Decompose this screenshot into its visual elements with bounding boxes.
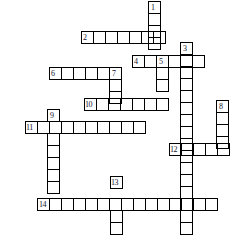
cell-word-6-2[interactable] <box>61 68 73 79</box>
cell-word-12-2[interactable] <box>181 144 193 155</box>
cell-word-3-15[interactable] <box>181 210 192 222</box>
word-13-down-strip <box>110 176 123 189</box>
cell-word-3-5[interactable] <box>181 90 192 102</box>
cell-word-6-3[interactable] <box>73 68 85 79</box>
cell-word-6-4[interactable] <box>85 68 97 79</box>
cell-word-14-4[interactable] <box>73 199 85 210</box>
cell-word-14-10[interactable] <box>145 199 157 210</box>
cell-word-13-1[interactable] <box>111 211 122 222</box>
cell-word-11-1[interactable] <box>26 122 37 133</box>
cell-word-9-4[interactable] <box>48 169 59 181</box>
cell-word-10-6[interactable] <box>144 99 156 110</box>
cell-word-10-7[interactable] <box>156 99 168 110</box>
cell-word-11-9[interactable] <box>121 122 133 133</box>
cell-word-3-1[interactable] <box>181 43 192 54</box>
crossword-board: 1234567891011121314 <box>0 0 246 243</box>
cell-word-5-2[interactable] <box>157 79 168 91</box>
cell-word-11-4[interactable] <box>61 122 73 133</box>
cell-word-3-8[interactable] <box>181 126 192 138</box>
word-14-across-strip <box>37 198 218 211</box>
cell-word-7-1[interactable] <box>110 80 121 91</box>
word-9-down-strip <box>47 133 60 194</box>
cell-word-9-1[interactable] <box>48 134 59 145</box>
cell-word-2-6[interactable] <box>141 32 153 43</box>
cell-word-1-1[interactable] <box>149 2 160 13</box>
cell-word-14-6[interactable] <box>97 199 109 210</box>
cell-word-13-2[interactable] <box>111 222 122 234</box>
cell-word-14-13[interactable] <box>181 199 193 210</box>
cell-word-6-5[interactable] <box>97 68 109 79</box>
cell-word-2-4[interactable] <box>117 32 129 43</box>
cell-word-14-14[interactable] <box>193 199 205 210</box>
cell-word-2-5[interactable] <box>129 32 141 43</box>
cell-word-14-8[interactable] <box>121 199 133 210</box>
word-11-across-strip <box>25 121 146 134</box>
cell-word-2-7[interactable] <box>153 32 165 43</box>
cell-word-12-4[interactable] <box>205 144 217 155</box>
cell-word-11-8[interactable] <box>109 122 121 133</box>
cell-word-11-2[interactable] <box>37 122 49 133</box>
cell-word-2-3[interactable] <box>105 32 117 43</box>
cell-word-3-6[interactable] <box>181 102 192 114</box>
word-12-across-strip <box>169 143 230 156</box>
cell-word-6-6[interactable] <box>109 68 121 79</box>
word-5-down-strip <box>156 67 169 92</box>
cell-word-14-15[interactable] <box>205 199 217 210</box>
cell-word-2-1[interactable] <box>82 32 93 43</box>
cell-word-12-3[interactable] <box>193 144 205 155</box>
cell-word-4-4[interactable] <box>168 56 180 67</box>
cell-word-11-10[interactable] <box>133 122 145 133</box>
cell-word-13-1[interactable] <box>111 177 122 188</box>
cell-word-8-3[interactable] <box>217 124 228 136</box>
cell-word-14-1[interactable] <box>38 199 49 210</box>
cell-word-9-3[interactable] <box>48 157 59 169</box>
cell-word-10-2[interactable] <box>96 99 108 110</box>
cell-word-11-3[interactable] <box>49 122 61 133</box>
cell-word-11-6[interactable] <box>85 122 97 133</box>
cell-word-4-6[interactable] <box>192 56 204 67</box>
cell-word-12-5[interactable] <box>217 144 229 155</box>
cell-word-10-4[interactable] <box>120 99 132 110</box>
cell-word-14-12[interactable] <box>169 199 181 210</box>
cell-word-8-2[interactable] <box>217 112 228 124</box>
cell-word-14-9[interactable] <box>133 199 145 210</box>
cell-word-3-13[interactable] <box>181 186 192 198</box>
cell-word-3-11[interactable] <box>181 162 192 174</box>
cell-word-14-11[interactable] <box>157 199 169 210</box>
word-8-down-strip <box>216 100 229 149</box>
cell-word-2-2[interactable] <box>93 32 105 43</box>
cell-word-3-7[interactable] <box>181 114 192 126</box>
cell-word-11-7[interactable] <box>97 122 109 133</box>
cell-word-10-5[interactable] <box>132 99 144 110</box>
cell-word-3-12[interactable] <box>181 174 192 186</box>
cell-word-9-5[interactable] <box>48 181 59 193</box>
cell-word-9-2[interactable] <box>48 145 59 157</box>
cell-word-4-3[interactable] <box>156 56 168 67</box>
cell-word-14-2[interactable] <box>49 199 61 210</box>
cell-word-8-1[interactable] <box>217 101 228 112</box>
word-10-across-strip <box>84 98 169 111</box>
word-13-down-strip <box>110 210 123 235</box>
word-2-across-strip <box>81 31 166 44</box>
cell-word-1-2[interactable] <box>149 13 160 25</box>
cell-word-12-1[interactable] <box>170 144 181 155</box>
cell-word-3-16[interactable] <box>181 222 192 234</box>
cell-word-14-3[interactable] <box>61 199 73 210</box>
cell-word-5-1[interactable] <box>157 68 168 79</box>
cell-word-3-4[interactable] <box>181 78 192 90</box>
cell-word-4-5[interactable] <box>180 56 192 67</box>
cell-word-10-1[interactable] <box>85 99 96 110</box>
cell-word-6-1[interactable] <box>50 68 61 79</box>
cell-word-14-5[interactable] <box>85 199 97 210</box>
cell-word-9-1[interactable] <box>48 110 59 121</box>
cell-word-10-3[interactable] <box>108 99 120 110</box>
cell-word-11-5[interactable] <box>73 122 85 133</box>
cell-word-4-1[interactable] <box>133 56 144 67</box>
cell-word-14-7[interactable] <box>109 199 121 210</box>
cell-word-4-2[interactable] <box>144 56 156 67</box>
